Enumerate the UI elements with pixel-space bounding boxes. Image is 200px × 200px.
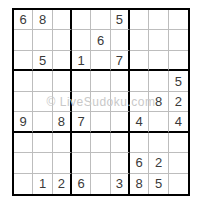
cell-r5c3-empty[interactable] — [53, 92, 72, 112]
cell-r4c9-given: 5 — [169, 71, 188, 91]
cell-r1c8-empty[interactable] — [149, 10, 168, 30]
cell-r8c5-empty[interactable] — [91, 153, 110, 173]
cell-r1c1-given: 6 — [14, 10, 33, 30]
cell-r8c2-empty[interactable] — [33, 153, 52, 173]
cell-r8c7-given: 6 — [130, 153, 149, 173]
cell-r8c3-empty[interactable] — [53, 153, 72, 173]
cell-r3c2-given: 5 — [33, 51, 52, 71]
cell-r4c1-empty[interactable] — [14, 71, 33, 91]
cell-r6c1-given: 9 — [14, 112, 33, 132]
cell-r6c4-given: 7 — [72, 112, 91, 132]
cell-r7c8-empty[interactable] — [149, 133, 168, 153]
cell-r3c7-empty[interactable] — [130, 51, 149, 71]
cell-r4c3-empty[interactable] — [53, 71, 72, 91]
cell-r3c9-empty[interactable] — [169, 51, 188, 71]
cell-r7c5-empty[interactable] — [91, 133, 110, 153]
cell-r6c3-given: 8 — [53, 112, 72, 132]
sudoku-board: 68565175829874462126385 — [12, 8, 190, 196]
cell-r6c5-empty[interactable] — [91, 112, 110, 132]
cell-r7c4-empty[interactable] — [72, 133, 91, 153]
cell-r1c9-empty[interactable] — [169, 10, 188, 30]
cell-r9c2-given: 1 — [33, 174, 52, 194]
cell-r2c2-empty[interactable] — [33, 30, 52, 50]
cell-r5c2-empty[interactable] — [33, 92, 52, 112]
cell-r1c4-empty[interactable] — [72, 10, 91, 30]
cell-r9c8-given: 5 — [149, 174, 168, 194]
cell-r6c6-empty[interactable] — [111, 112, 130, 132]
cell-r3c6-given: 7 — [111, 51, 130, 71]
cell-r8c9-empty[interactable] — [169, 153, 188, 173]
cell-r1c6-given: 5 — [111, 10, 130, 30]
cell-r8c4-empty[interactable] — [72, 153, 91, 173]
cell-r4c4-empty[interactable] — [72, 71, 91, 91]
cell-r7c9-empty[interactable] — [169, 133, 188, 153]
cell-r9c6-given: 3 — [111, 174, 130, 194]
cell-r3c4-given: 1 — [72, 51, 91, 71]
cell-r5c1-empty[interactable] — [14, 92, 33, 112]
cell-r4c6-empty[interactable] — [111, 71, 130, 91]
cell-r2c7-empty[interactable] — [130, 30, 149, 50]
cell-r2c4-empty[interactable] — [72, 30, 91, 50]
cell-r6c9-given: 4 — [169, 112, 188, 132]
cell-r8c6-empty[interactable] — [111, 153, 130, 173]
cell-r2c9-empty[interactable] — [169, 30, 188, 50]
cell-r7c1-empty[interactable] — [14, 133, 33, 153]
cell-r3c1-empty[interactable] — [14, 51, 33, 71]
cell-r9c5-empty[interactable] — [91, 174, 110, 194]
cell-r3c3-empty[interactable] — [53, 51, 72, 71]
cell-r7c6-empty[interactable] — [111, 133, 130, 153]
cell-r1c7-empty[interactable] — [130, 10, 149, 30]
cell-r3c8-empty[interactable] — [149, 51, 168, 71]
cell-r6c8-empty[interactable] — [149, 112, 168, 132]
cell-r5c9-given: 2 — [169, 92, 188, 112]
cell-r4c2-empty[interactable] — [33, 71, 52, 91]
cell-r2c8-empty[interactable] — [149, 30, 168, 50]
cell-r8c1-empty[interactable] — [14, 153, 33, 173]
cell-r4c7-empty[interactable] — [130, 71, 149, 91]
cell-r7c2-empty[interactable] — [33, 133, 52, 153]
cell-r5c6-empty[interactable] — [111, 92, 130, 112]
cell-r4c8-empty[interactable] — [149, 71, 168, 91]
cell-r5c5-empty[interactable] — [91, 92, 110, 112]
cell-r1c3-empty[interactable] — [53, 10, 72, 30]
cell-r7c3-empty[interactable] — [53, 133, 72, 153]
cell-r2c3-empty[interactable] — [53, 30, 72, 50]
cell-r8c8-given: 2 — [149, 153, 168, 173]
cell-r6c7-given: 4 — [130, 112, 149, 132]
cell-r7c7-empty[interactable] — [130, 133, 149, 153]
cell-r1c5-empty[interactable] — [91, 10, 110, 30]
cell-r3c5-empty[interactable] — [91, 51, 110, 71]
cell-r6c2-empty[interactable] — [33, 112, 52, 132]
cell-r5c8-given: 8 — [149, 92, 168, 112]
cell-r2c6-empty[interactable] — [111, 30, 130, 50]
cell-r9c7-given: 8 — [130, 174, 149, 194]
cell-r4c5-empty[interactable] — [91, 71, 110, 91]
cell-r9c4-given: 6 — [72, 174, 91, 194]
cell-r1c2-given: 8 — [33, 10, 52, 30]
cell-r2c1-empty[interactable] — [14, 30, 33, 50]
cell-r9c3-given: 2 — [53, 174, 72, 194]
cell-r5c4-empty[interactable] — [72, 92, 91, 112]
cell-r2c5-given: 6 — [91, 30, 110, 50]
cell-r5c7-empty[interactable] — [130, 92, 149, 112]
cell-r9c1-empty[interactable] — [14, 174, 33, 194]
cell-r9c9-given — [169, 174, 188, 194]
